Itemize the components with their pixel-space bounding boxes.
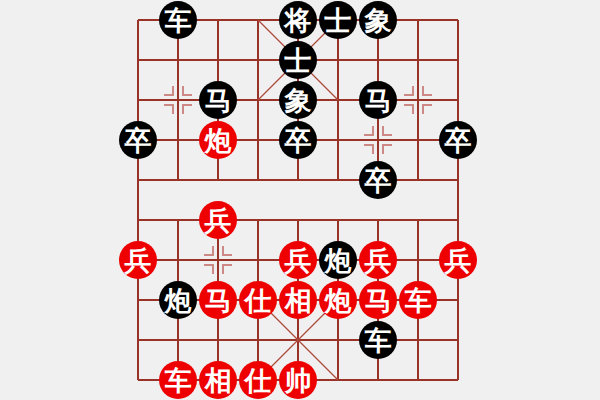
black-cannon[interactable]: 炮 (319, 241, 357, 279)
red-chariot[interactable]: 车 (399, 281, 437, 319)
black-advisor[interactable]: 士 (319, 1, 357, 39)
red-cannon[interactable]: 炮 (319, 281, 357, 319)
black-chariot[interactable]: 车 (359, 321, 397, 359)
red-soldier[interactable]: 兵 (359, 241, 397, 279)
black-general[interactable]: 将 (279, 1, 317, 39)
black-elephant[interactable]: 象 (359, 1, 397, 39)
black-soldier[interactable]: 卒 (119, 121, 157, 159)
red-elephant[interactable]: 相 (199, 361, 237, 399)
red-cannon[interactable]: 炮 (199, 121, 237, 159)
black-chariot[interactable]: 车 (159, 1, 197, 39)
black-elephant[interactable]: 象 (279, 81, 317, 119)
black-soldier[interactable]: 卒 (439, 121, 477, 159)
red-advisor[interactable]: 仕 (239, 281, 277, 319)
black-soldier[interactable]: 卒 (279, 121, 317, 159)
black-horse[interactable]: 马 (359, 81, 397, 119)
black-horse[interactable]: 马 (199, 81, 237, 119)
xiangqi-board-screenshot: 车将士象士马象马卒炮卒卒卒兵兵兵炮兵兵炮马仕相炮马车车车相仕帅 (0, 0, 600, 400)
black-advisor[interactable]: 士 (279, 41, 317, 79)
black-cannon[interactable]: 炮 (159, 281, 197, 319)
red-soldier[interactable]: 兵 (199, 201, 237, 239)
red-general[interactable]: 帅 (279, 361, 317, 399)
red-soldier[interactable]: 兵 (439, 241, 477, 279)
black-soldier[interactable]: 卒 (359, 161, 397, 199)
red-advisor[interactable]: 仕 (239, 361, 277, 399)
red-soldier[interactable]: 兵 (119, 241, 157, 279)
red-elephant[interactable]: 相 (279, 281, 317, 319)
red-horse[interactable]: 马 (359, 281, 397, 319)
red-soldier[interactable]: 兵 (279, 241, 317, 279)
red-chariot[interactable]: 车 (159, 361, 197, 399)
xiangqi-board[interactable]: 车将士象士马象马卒炮卒卒卒兵兵兵炮兵兵炮马仕相炮马车车车相仕帅 (118, 0, 478, 400)
red-horse[interactable]: 马 (199, 281, 237, 319)
